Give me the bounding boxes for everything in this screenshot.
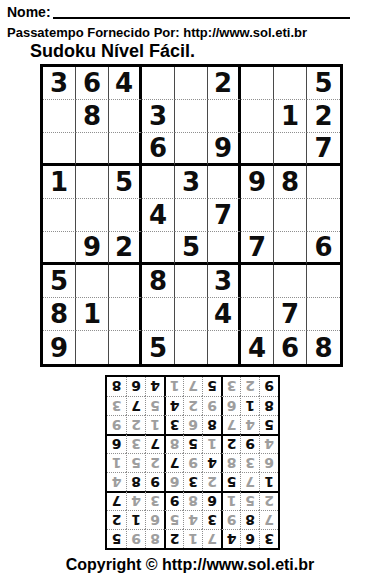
solution-cell: 4 bbox=[126, 491, 145, 510]
page-title: Sudoku Nível Fácil. bbox=[30, 41, 195, 62]
solution-cell: 9 bbox=[259, 377, 278, 396]
sudoku-cell-given: 1 bbox=[76, 298, 109, 331]
sudoku-cell-given: 5 bbox=[142, 331, 175, 364]
sudoku-cell-given: 9 bbox=[76, 232, 109, 265]
sudoku-cell-empty[interactable] bbox=[175, 331, 208, 364]
sudoku-worksheet-page: Nome: Passatempo Fornecido Por: http://w… bbox=[0, 0, 380, 585]
sudoku-cell-empty[interactable] bbox=[208, 232, 241, 265]
sudoku-cell-given: 5 bbox=[175, 232, 208, 265]
sudoku-cell-empty[interactable] bbox=[241, 298, 274, 331]
sudoku-cell-empty[interactable] bbox=[274, 232, 307, 265]
solution-cell: 1 bbox=[240, 396, 259, 415]
sudoku-cell-given: 1 bbox=[43, 166, 76, 199]
solution-cell: 1 bbox=[183, 529, 202, 548]
name-row: Nome: bbox=[7, 4, 350, 20]
solution-cell: 4 bbox=[107, 472, 126, 491]
solution-cell: 8 bbox=[126, 472, 145, 491]
name-underline bbox=[53, 5, 350, 19]
solution-cell: 6 bbox=[259, 453, 278, 472]
sudoku-cell-given: 2 bbox=[109, 232, 142, 265]
solution-cell: 1 bbox=[126, 510, 145, 529]
sudoku-cell-given: 3 bbox=[43, 67, 76, 100]
sudoku-cell-empty[interactable] bbox=[109, 298, 142, 331]
sudoku-cell-empty[interactable] bbox=[76, 331, 109, 364]
solution-cell: 2 bbox=[259, 491, 278, 510]
sudoku-cell-given: 6 bbox=[142, 133, 175, 166]
solution-cell: 5 bbox=[259, 415, 278, 434]
sudoku-cell-given: 5 bbox=[307, 67, 340, 100]
sudoku-cell-empty[interactable] bbox=[274, 133, 307, 166]
sudoku-cell-empty[interactable] bbox=[175, 298, 208, 331]
sudoku-cell-empty[interactable] bbox=[142, 232, 175, 265]
sudoku-cell-empty[interactable] bbox=[241, 67, 274, 100]
sudoku-cell-empty[interactable] bbox=[109, 199, 142, 232]
sudoku-cell-empty[interactable] bbox=[274, 67, 307, 100]
solution-cell: 5 bbox=[145, 396, 164, 415]
solution-cell: 5 bbox=[126, 453, 145, 472]
sudoku-cell-given: 6 bbox=[307, 232, 340, 265]
solution-cell: 8 bbox=[107, 377, 126, 396]
solution-cell: 3 bbox=[126, 434, 145, 453]
sudoku-cell-given: 6 bbox=[76, 67, 109, 100]
solution-cell: 8 bbox=[259, 396, 278, 415]
sudoku-cell-empty[interactable] bbox=[208, 100, 241, 133]
sudoku-cell-empty[interactable] bbox=[175, 199, 208, 232]
solution-cell: 6 bbox=[183, 415, 202, 434]
solution-cell: 8 bbox=[221, 453, 240, 472]
sudoku-cell-given: 8 bbox=[76, 100, 109, 133]
sudoku-cell-given: 8 bbox=[307, 331, 340, 364]
solution-cell: 9 bbox=[107, 415, 126, 434]
solution-cell: 2 bbox=[240, 377, 259, 396]
copyright-footer: Copyright © http://www.sol.eti.br bbox=[0, 556, 380, 574]
sudoku-cell-empty[interactable] bbox=[142, 166, 175, 199]
sudoku-cell-given: 2 bbox=[307, 100, 340, 133]
solution-cell: 3 bbox=[240, 453, 259, 472]
sudoku-cell-given: 3 bbox=[208, 265, 241, 298]
solution-cell: 4 bbox=[145, 377, 164, 396]
sudoku-cell-empty[interactable] bbox=[307, 265, 340, 298]
solution-cell: 2 bbox=[107, 510, 126, 529]
solution-cell: 1 bbox=[221, 491, 240, 510]
sudoku-cell-empty[interactable] bbox=[241, 199, 274, 232]
sudoku-cell-given: 9 bbox=[208, 133, 241, 166]
sudoku-cell-empty[interactable] bbox=[109, 100, 142, 133]
sudoku-cell-empty[interactable] bbox=[274, 265, 307, 298]
solution-cell: 3 bbox=[107, 396, 126, 415]
sudoku-cell-given: 8 bbox=[43, 298, 76, 331]
sudoku-cell-empty[interactable] bbox=[175, 100, 208, 133]
sudoku-cell-given: 9 bbox=[241, 166, 274, 199]
solution-cell: 2 bbox=[164, 529, 183, 548]
solution-cell: 7 bbox=[202, 529, 221, 548]
solution-cell: 5 bbox=[240, 491, 259, 510]
solution-cell: 2 bbox=[126, 415, 145, 434]
solution-cell: 3 bbox=[259, 529, 278, 548]
sudoku-cell-empty[interactable] bbox=[43, 100, 76, 133]
sudoku-cell-given: 8 bbox=[142, 265, 175, 298]
solution-cell: 2 bbox=[221, 434, 240, 453]
solution-cell: 8 bbox=[240, 510, 259, 529]
solution-cell: 8 bbox=[202, 415, 221, 434]
solution-cell: 1 bbox=[164, 377, 183, 396]
solution-cell: 8 bbox=[145, 529, 164, 548]
sudoku-cell-given: 1 bbox=[274, 100, 307, 133]
sudoku-cell-empty[interactable] bbox=[241, 133, 274, 166]
sudoku-cell-given: 7 bbox=[241, 232, 274, 265]
solution-cell: 7 bbox=[145, 434, 164, 453]
solution-cell: 4 bbox=[183, 510, 202, 529]
solution-cell: 3 bbox=[145, 491, 164, 510]
solution-cell: 6 bbox=[202, 491, 221, 510]
solution-cell: 3 bbox=[183, 472, 202, 491]
solution-cell: 9 bbox=[202, 396, 221, 415]
sudoku-cell-given: 4 bbox=[208, 298, 241, 331]
sudoku-cell-empty[interactable] bbox=[76, 133, 109, 166]
solution-cell: 4 bbox=[240, 415, 259, 434]
solution-cell: 5 bbox=[221, 472, 240, 491]
solution-cell: 1 bbox=[107, 453, 126, 472]
solution-cell: 2 bbox=[183, 396, 202, 415]
solution-cell: 1 bbox=[202, 434, 221, 453]
sudoku-cell-given: 3 bbox=[175, 166, 208, 199]
solution-cell: 5 bbox=[202, 377, 221, 396]
provider-line: Passatempo Fornecido Por: http://www.sol… bbox=[7, 25, 307, 40]
solution-cell: 4 bbox=[202, 453, 221, 472]
sudoku-cell-given: 4 bbox=[109, 67, 142, 100]
sudoku-cell-given: 6 bbox=[274, 331, 307, 364]
sudoku-cell-given: 7 bbox=[274, 298, 307, 331]
solution-cell: 9 bbox=[240, 434, 259, 453]
solution-grid: 3647128957893456122516893471752369846384… bbox=[105, 375, 280, 550]
sudoku-cell-empty[interactable] bbox=[208, 166, 241, 199]
solution-cell: 3 bbox=[221, 377, 240, 396]
sudoku-cell-given: 5 bbox=[109, 166, 142, 199]
sudoku-cell-empty[interactable] bbox=[142, 67, 175, 100]
solution-cell: 5 bbox=[183, 434, 202, 453]
sudoku-cell-empty[interactable] bbox=[307, 199, 340, 232]
solution-cell: 7 bbox=[183, 377, 202, 396]
sudoku-cell-empty[interactable] bbox=[175, 265, 208, 298]
solution-cell: 6 bbox=[126, 377, 145, 396]
sudoku-cell-empty[interactable] bbox=[76, 166, 109, 199]
solution-cell: 8 bbox=[164, 434, 183, 453]
solution-cell: 7 bbox=[164, 453, 183, 472]
solution-cell: 9 bbox=[221, 510, 240, 529]
solution-cell: 6 bbox=[240, 529, 259, 548]
solution-cell: 2 bbox=[145, 453, 164, 472]
sudoku-cell-empty[interactable] bbox=[76, 199, 109, 232]
sudoku-cell-given: 7 bbox=[208, 199, 241, 232]
solution-cell: 6 bbox=[221, 396, 240, 415]
solution-cell: 8 bbox=[183, 491, 202, 510]
sudoku-cell-empty[interactable] bbox=[109, 331, 142, 364]
solution-cell: 3 bbox=[164, 415, 183, 434]
name-label: Nome: bbox=[7, 4, 51, 20]
solution-cell: 7 bbox=[107, 491, 126, 510]
solution-cell: 7 bbox=[221, 415, 240, 434]
sudoku-cell-given: 9 bbox=[43, 331, 76, 364]
sudoku-cell-given: 4 bbox=[241, 331, 274, 364]
sudoku-cell-empty[interactable] bbox=[241, 265, 274, 298]
solution-cell: 5 bbox=[107, 529, 126, 548]
solution-cell: 4 bbox=[259, 434, 278, 453]
sudoku-cell-empty[interactable] bbox=[274, 199, 307, 232]
sudoku-cell-empty[interactable] bbox=[76, 265, 109, 298]
solution-cell: 6 bbox=[145, 510, 164, 529]
sudoku-cell-empty[interactable] bbox=[109, 265, 142, 298]
sudoku-cell-given: 7 bbox=[307, 133, 340, 166]
solution-cell: 3 bbox=[202, 510, 221, 529]
sudoku-cell-empty[interactable] bbox=[208, 331, 241, 364]
sudoku-cell-empty[interactable] bbox=[241, 100, 274, 133]
sudoku-cell-empty[interactable] bbox=[307, 298, 340, 331]
solution-cell: 7 bbox=[126, 396, 145, 415]
solution-cell: 7 bbox=[259, 510, 278, 529]
solution-cell: 5 bbox=[164, 510, 183, 529]
sudoku-cell-empty[interactable] bbox=[307, 166, 340, 199]
sudoku-cell-empty[interactable] bbox=[142, 298, 175, 331]
solution-cell: 9 bbox=[164, 491, 183, 510]
sudoku-grid: 364258312697153984792576583814795468 bbox=[40, 64, 343, 367]
sudoku-cell-empty[interactable] bbox=[43, 232, 76, 265]
sudoku-cell-given: 2 bbox=[208, 67, 241, 100]
solution-cell: 1 bbox=[259, 472, 278, 491]
solution-cell: 6 bbox=[164, 472, 183, 491]
sudoku-cell-empty[interactable] bbox=[175, 133, 208, 166]
solution-cell: 4 bbox=[164, 396, 183, 415]
solution-cell: 9 bbox=[126, 529, 145, 548]
solution-cell: 7 bbox=[240, 472, 259, 491]
solution-cell: 6 bbox=[107, 434, 126, 453]
sudoku-cell-empty[interactable] bbox=[43, 199, 76, 232]
sudoku-cell-given: 5 bbox=[43, 265, 76, 298]
sudoku-cell-empty[interactable] bbox=[175, 67, 208, 100]
solution-cell: 1 bbox=[145, 415, 164, 434]
solution-cell: 2 bbox=[202, 472, 221, 491]
solution-cell: 9 bbox=[183, 453, 202, 472]
sudoku-cell-given: 4 bbox=[142, 199, 175, 232]
solution-cell: 4 bbox=[221, 529, 240, 548]
sudoku-cell-given: 8 bbox=[274, 166, 307, 199]
sudoku-cell-empty[interactable] bbox=[43, 133, 76, 166]
sudoku-cell-empty[interactable] bbox=[109, 133, 142, 166]
solution-cell: 9 bbox=[145, 472, 164, 491]
sudoku-cell-given: 3 bbox=[142, 100, 175, 133]
